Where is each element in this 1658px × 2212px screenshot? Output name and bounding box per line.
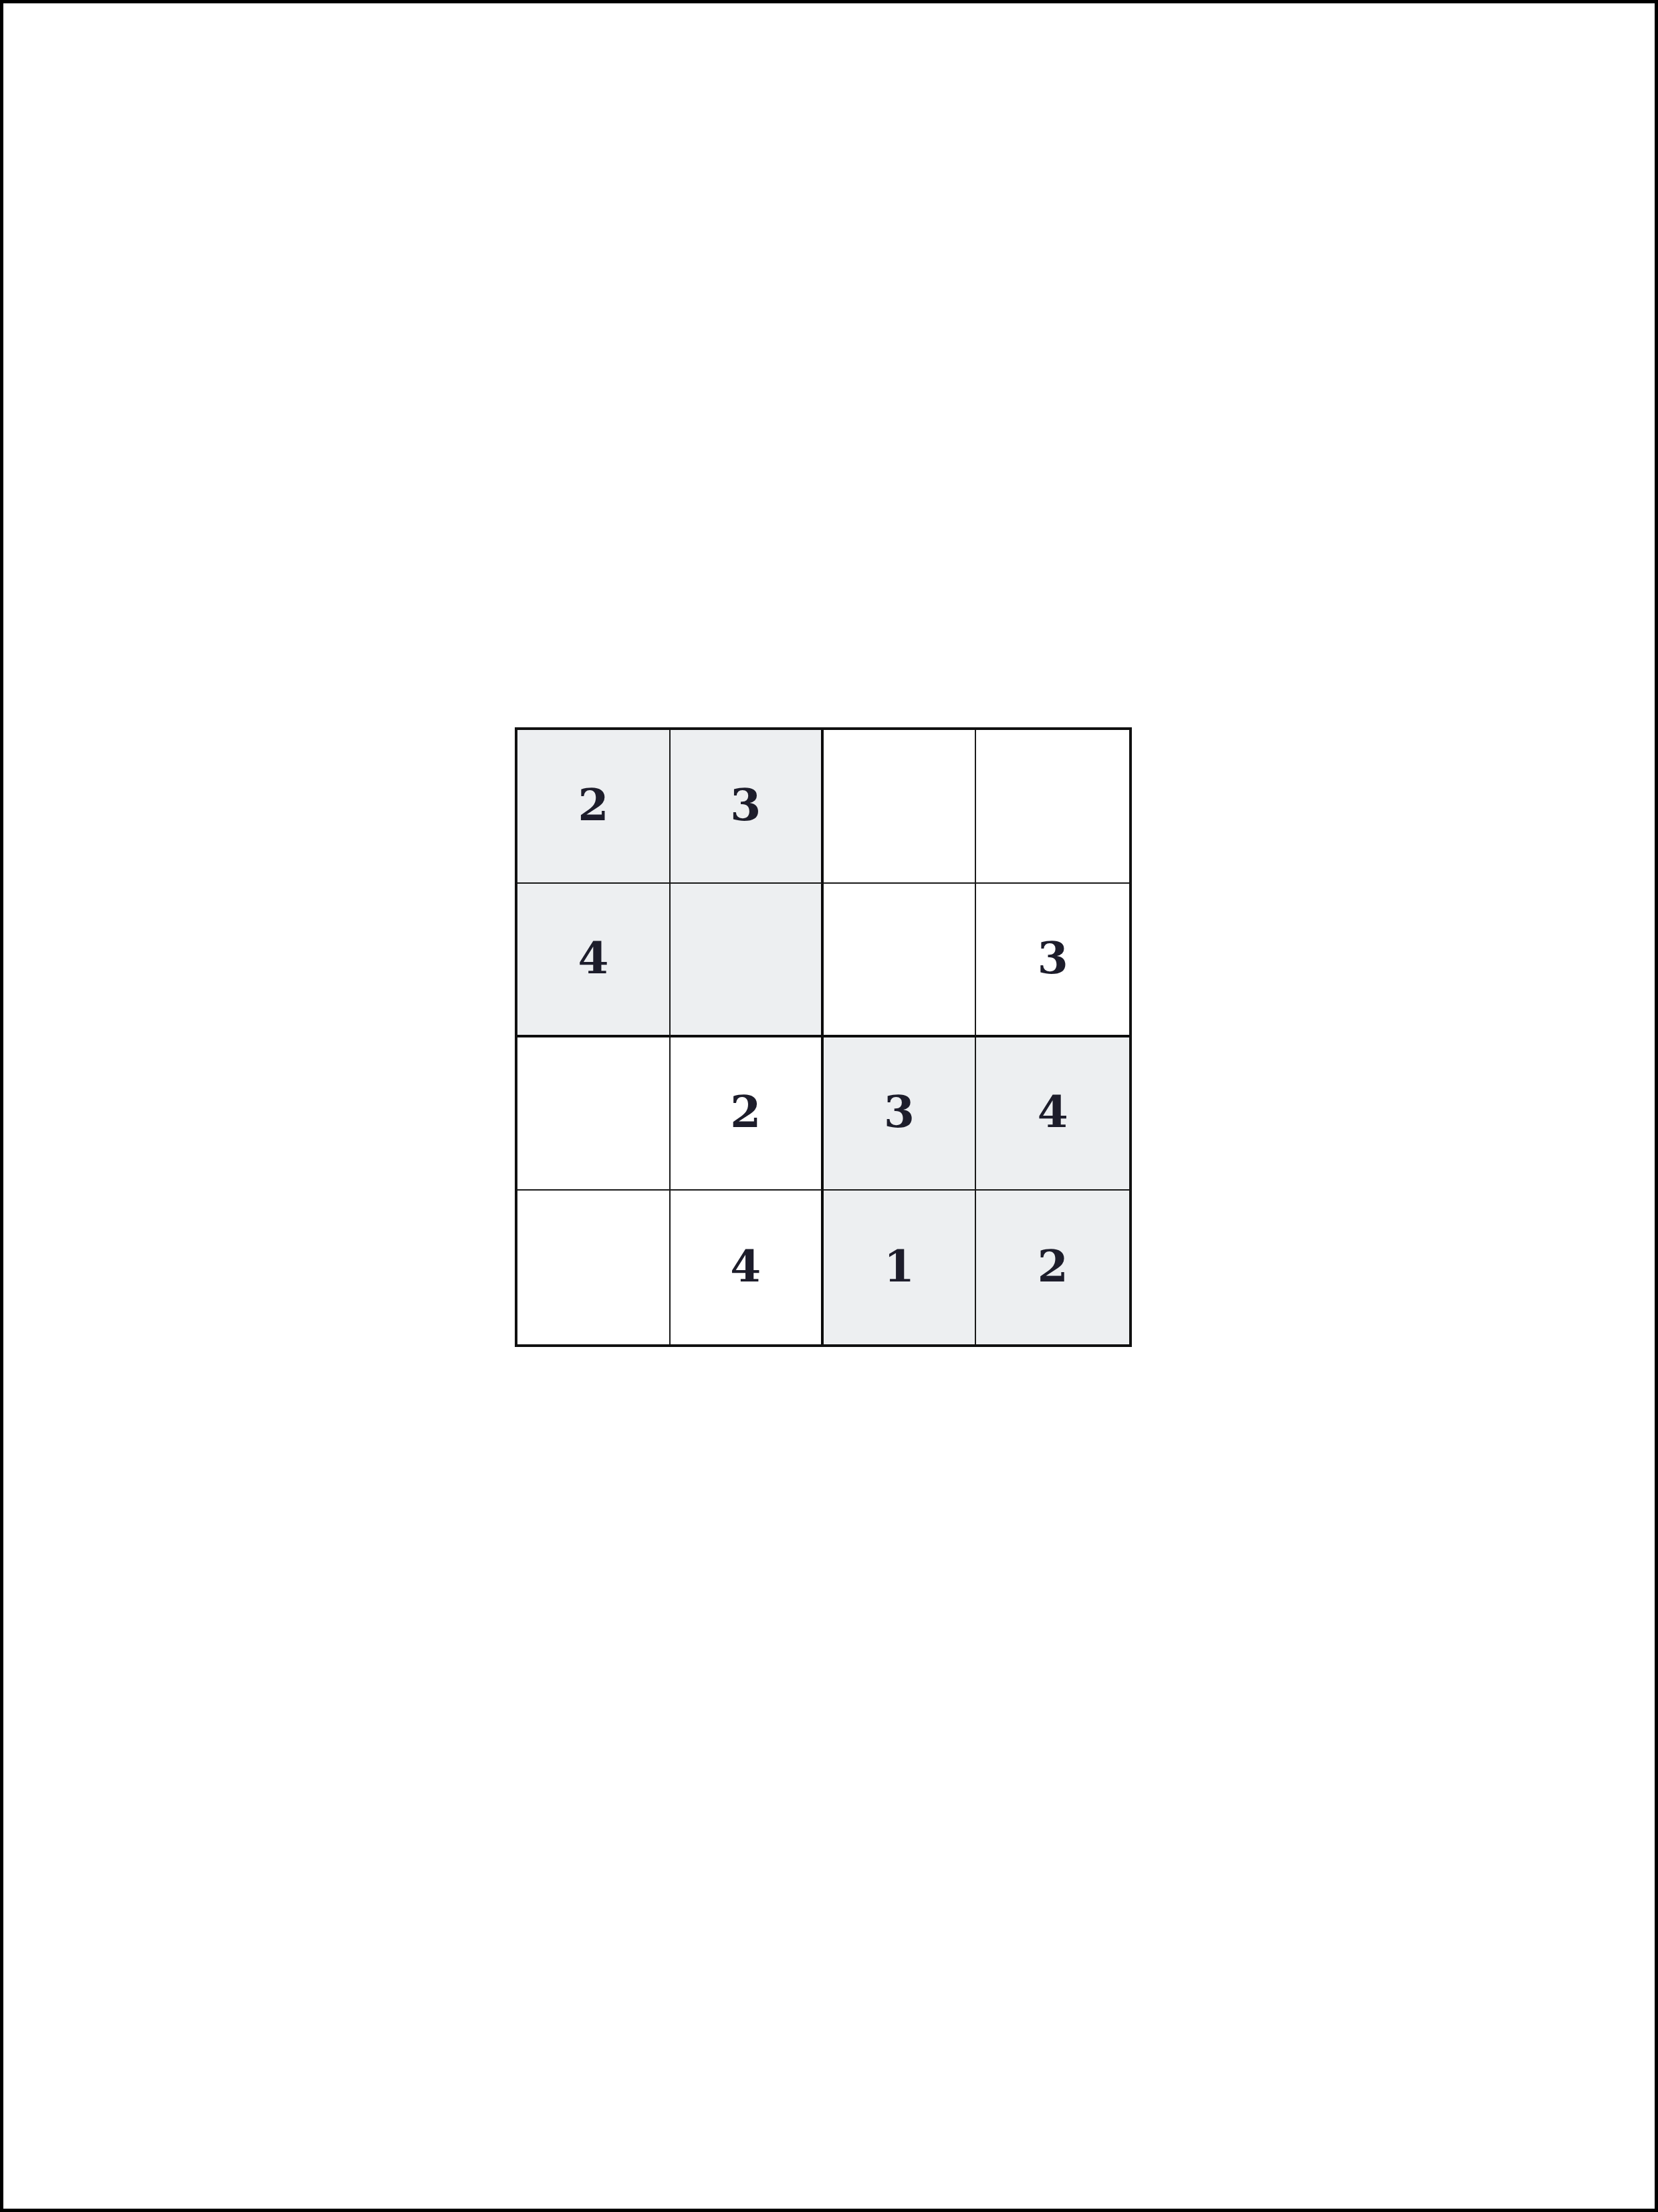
cell-digit: 1	[884, 1244, 915, 1288]
sudoku-cell-given: 3	[671, 730, 824, 884]
sudoku-cell-empty[interactable]	[976, 730, 1129, 884]
sudoku-cell-empty[interactable]	[824, 730, 977, 884]
sudoku-cell-given: 3	[824, 1037, 977, 1191]
sudoku-cell-given: 2	[517, 730, 671, 884]
sudoku-cell-empty[interactable]	[671, 884, 824, 1037]
cell-digit: 3	[1038, 936, 1068, 980]
cell-digit: 2	[578, 783, 608, 827]
sudoku-cell-given: 2	[671, 1037, 824, 1191]
sudoku-cell-given: 1	[824, 1191, 977, 1344]
sudoku-cell-given: 3	[976, 884, 1129, 1037]
worksheet-page: 2343234412	[0, 0, 1658, 2212]
sudoku-board: 2343234412	[515, 727, 1132, 1347]
cell-digit: 3	[884, 1090, 915, 1134]
cell-digit: 4	[578, 936, 608, 980]
sudoku-cell-empty[interactable]	[824, 884, 977, 1037]
sudoku-cell-given: 4	[671, 1191, 824, 1344]
sudoku-cell-given: 4	[976, 1037, 1129, 1191]
sudoku-cell-given: 2	[976, 1191, 1129, 1344]
cell-digit: 3	[730, 783, 761, 827]
cell-digit: 2	[1038, 1244, 1068, 1288]
sudoku-cell-empty[interactable]	[517, 1191, 671, 1344]
cell-digit: 4	[730, 1244, 761, 1288]
sudoku-cell-empty[interactable]	[517, 1037, 671, 1191]
cell-digit: 4	[1038, 1090, 1068, 1134]
sudoku-cell-given: 4	[517, 884, 671, 1037]
cell-digit: 2	[730, 1090, 761, 1134]
